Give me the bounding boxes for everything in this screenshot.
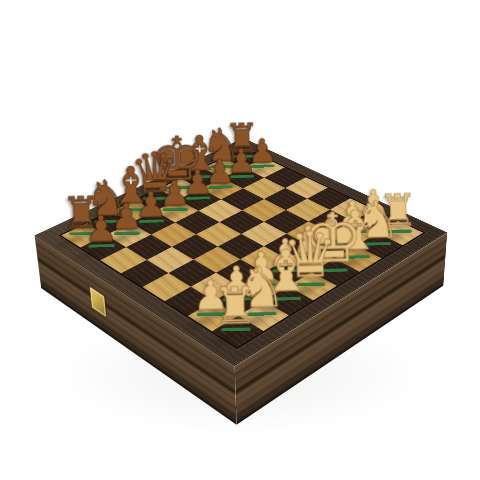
perspective-scene: ♜♞♝♛♚♝♞♜♟♟♟♟♟♟♟♟♟♟♟♟♟♟♟♟♜♞♝♛♚♝♞♜	[0, 0, 480, 480]
brass-plaque	[89, 286, 106, 318]
camera-roll-stage: ♜♞♝♛♚♝♞♜♟♟♟♟♟♟♟♟♟♟♟♟♟♟♟♟♜♞♝♛♚♝♞♜	[0, 0, 480, 480]
product-photo-canvas: ♜♞♝♛♚♝♞♜♟♟♟♟♟♟♟♟♟♟♟♟♟♟♟♟♜♞♝♛♚♝♞♜	[0, 0, 480, 480]
chess-box: ♜♞♝♛♚♝♞♜♟♟♟♟♟♟♟♟♟♟♟♟♟♟♟♟♜♞♝♛♚♝♞♜	[35, 138, 448, 366]
